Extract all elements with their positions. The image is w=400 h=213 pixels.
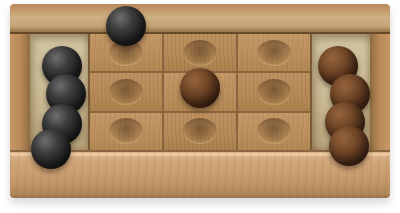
- wooden-tray: [10, 4, 390, 198]
- cell-r2c3[interactable]: [238, 73, 310, 110]
- ball-recess: [109, 79, 143, 105]
- cell-r1c1[interactable]: [90, 34, 162, 71]
- ball-recess: [183, 118, 217, 144]
- ball-recess: [257, 40, 291, 66]
- brown-ball[interactable]: [180, 68, 220, 108]
- cell-r3c2[interactable]: [164, 113, 236, 150]
- black-ball-tray: [30, 34, 88, 150]
- brown-ball-tray: [312, 34, 370, 150]
- ball-recess: [257, 118, 291, 144]
- ball-recess: [109, 118, 143, 144]
- cell-r1c2[interactable]: [164, 34, 236, 71]
- ball-recess: [183, 40, 217, 66]
- black-ball[interactable]: [31, 129, 71, 169]
- cell-r2c2[interactable]: [164, 73, 236, 110]
- tic-tac-toe-grid: [88, 34, 312, 150]
- black-ball[interactable]: [106, 6, 146, 46]
- ball-recess: [257, 79, 291, 105]
- tray-back-rail: [10, 4, 390, 34]
- brown-ball[interactable]: [329, 126, 369, 166]
- tray-left-wall: [10, 34, 30, 150]
- tray-right-wall: [370, 34, 390, 150]
- cell-r3c1[interactable]: [90, 113, 162, 150]
- cell-r2c1[interactable]: [90, 73, 162, 110]
- cell-r1c3[interactable]: [238, 34, 310, 71]
- tray-well: [10, 34, 390, 150]
- cell-r3c3[interactable]: [238, 113, 310, 150]
- product-photo-scene: [0, 0, 400, 213]
